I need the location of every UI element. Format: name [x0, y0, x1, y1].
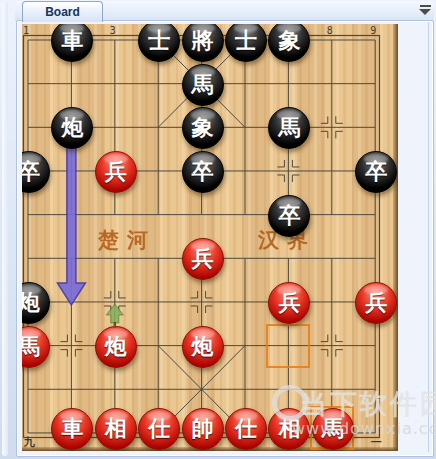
- river-label-chuhe: 楚河: [98, 226, 156, 254]
- file-label-top: 9: [367, 25, 379, 36]
- piece-glyph: 兵: [365, 283, 387, 323]
- piece-glyph: 相: [278, 409, 300, 449]
- piece-red-horse[interactable]: 馬: [312, 408, 354, 450]
- piece-glyph: 士: [235, 24, 257, 61]
- piece-red-elephant[interactable]: 相: [95, 408, 137, 450]
- tab-board-label: Board: [45, 5, 80, 19]
- panel-edge-strip: [2, 2, 8, 456]
- piece-glyph: 士: [148, 24, 170, 61]
- piece-glyph: 將: [192, 24, 214, 61]
- piece-glyph: 兵: [192, 239, 214, 279]
- tab-board[interactable]: Board: [22, 1, 103, 22]
- piece-black-general[interactable]: 將: [182, 24, 224, 62]
- file-label-top: 1: [22, 25, 32, 36]
- piece-glyph: 卒: [278, 196, 300, 236]
- piece-glyph: 車: [61, 24, 83, 61]
- piece-red-cannon[interactable]: 炮: [182, 326, 224, 368]
- piece-glyph: 卒: [365, 152, 387, 192]
- piece-glyph: 兵: [278, 283, 300, 323]
- piece-glyph: 車: [61, 409, 83, 449]
- piece-black-soldier[interactable]: 卒: [355, 151, 397, 193]
- piece-glyph: 炮: [61, 108, 83, 148]
- piece-black-soldier[interactable]: 卒: [268, 195, 310, 237]
- piece-black-soldier[interactable]: 卒: [182, 151, 224, 193]
- piece-glyph: 卒: [22, 152, 40, 192]
- last-move-highlight: [266, 324, 310, 368]
- piece-glyph: 馬: [322, 409, 344, 449]
- piece-glyph: 卒: [192, 152, 214, 192]
- piece-glyph: 帥: [192, 409, 214, 449]
- file-label-bottom: 一: [369, 435, 383, 450]
- piece-glyph: 炮: [105, 327, 127, 367]
- piece-glyph: 仕: [235, 409, 257, 449]
- piece-red-advisor[interactable]: 仕: [138, 408, 180, 450]
- file-label-top: 3: [107, 25, 119, 36]
- piece-glyph: 兵: [105, 152, 127, 192]
- piece-black-elephant[interactable]: 象: [182, 107, 224, 149]
- piece-glyph: 馬: [22, 327, 40, 367]
- piece-glyph: 象: [192, 108, 214, 148]
- piece-red-soldier[interactable]: 兵: [355, 282, 397, 324]
- piece-glyph: 馬: [278, 108, 300, 148]
- piece-glyph: 炮: [192, 327, 214, 367]
- piece-red-advisor[interactable]: 仕: [225, 408, 267, 450]
- xiangqi-board[interactable]: 楚河 汉界 123456789九一車士將士象馬炮象馬卒卒卒卒炮兵兵兵兵馬炮炮車相…: [22, 24, 398, 451]
- piece-glyph: 象: [278, 24, 300, 61]
- piece-glyph: 馬: [192, 65, 214, 105]
- piece-red-general[interactable]: 帥: [182, 408, 224, 450]
- piece-glyph: 炮: [22, 283, 40, 323]
- piece-glyph: 仕: [148, 409, 170, 449]
- piece-glyph: 相: [105, 409, 127, 449]
- file-label-top: 8: [324, 25, 336, 36]
- piece-red-soldier[interactable]: 兵: [95, 151, 137, 193]
- file-label-bottom: 九: [22, 435, 36, 450]
- dock-menu-icon[interactable]: [419, 5, 433, 17]
- piece-red-cannon[interactable]: 炮: [95, 326, 137, 368]
- piece-red-soldier[interactable]: 兵: [182, 238, 224, 280]
- panel-divider: [428, 22, 429, 452]
- piece-black-horse[interactable]: 馬: [182, 64, 224, 106]
- window: Board 楚河 汉界 123456789九一車士將士象馬炮象馬卒卒卒卒炮兵兵兵…: [0, 0, 436, 459]
